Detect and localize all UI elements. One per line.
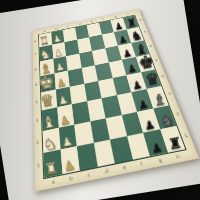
file-label-g: g	[158, 157, 163, 163]
chess-piece-wb[interactable]: ♝	[40, 113, 57, 131]
square-r3c0[interactable]: ♚	[41, 73, 56, 92]
file-label-e: e	[122, 164, 126, 170]
chess-piece-wp[interactable]: ♟	[57, 95, 68, 107]
rank-label-1: 1	[184, 133, 189, 138]
chess-piece-wp[interactable]: ♟	[54, 47, 64, 58]
square-r1c0[interactable]: ♞	[39, 45, 52, 61]
chess-piece-wk[interactable]: ♚	[37, 73, 55, 93]
rank-label-4: 4	[161, 75, 165, 79]
file-label-d: d	[105, 168, 109, 174]
square-r2c1[interactable]: ♟	[53, 56, 68, 73]
file-label-f: f	[140, 161, 143, 166]
file-label-f: f	[102, 18, 104, 20]
chess-piece-wp[interactable]: ♟	[52, 34, 61, 44]
rank-label-5: 5	[155, 59, 159, 63]
chess-piece-bp[interactable]: ♟	[132, 80, 143, 92]
file-label-b: b	[69, 175, 73, 181]
chess-piece-bn[interactable]: ♞	[158, 111, 174, 129]
chess-piece-bb[interactable]: ♝	[151, 90, 168, 108]
chess-piece-bp[interactable]: ♟	[151, 141, 164, 155]
chess-piece-wp[interactable]: ♟	[63, 159, 76, 173]
rank-label-8: 8	[139, 19, 142, 22]
square-r4c0[interactable]: ♛	[41, 90, 57, 111]
chess-piece-br[interactable]: ♜	[167, 135, 183, 152]
chess-piece-bp[interactable]: ♟	[118, 34, 128, 45]
rank-label-8: 8	[34, 40, 36, 43]
chess-piece-wq[interactable]: ♛	[39, 92, 56, 110]
file-label-h: h	[176, 154, 181, 160]
photo-background: ······· ♜♟♟♜♞♟♟♞♝♟♟♝♚♟♟♚♛♟♟♛♝♟♟♝♞♟♟♞♜♟♟♜…	[0, 0, 200, 200]
square-r4c1[interactable]: ♟	[55, 87, 71, 108]
file-label-c: c	[67, 25, 69, 28]
rank-label-3: 3	[36, 119, 39, 124]
chess-piece-bp[interactable]: ♟	[144, 118, 157, 131]
chess-piece-bq[interactable]: ♛	[144, 71, 161, 89]
square-r5c0[interactable]: ♝	[42, 108, 58, 131]
rank-label-6: 6	[35, 68, 37, 71]
rank-label-7: 7	[144, 31, 147, 34]
square-r7c0[interactable]: ♜	[43, 149, 62, 177]
square-r6c7[interactable]: ♞	[153, 105, 177, 129]
chess-piece-bp[interactable]: ♟	[138, 98, 150, 111]
square-r6c0[interactable]: ♞	[43, 127, 60, 152]
square-r3c3[interactable]	[81, 65, 98, 84]
rank-label-4: 4	[35, 100, 38, 104]
file-label-a: a	[52, 179, 55, 185]
rank-label-5: 5	[35, 83, 38, 87]
chess-piece-bp[interactable]: ♟	[115, 22, 124, 32]
rank-label-7: 7	[34, 53, 36, 56]
chess-piece-wp[interactable]: ♟	[59, 114, 71, 127]
file-label-a: a	[43, 30, 45, 33]
chess-piece-bp[interactable]: ♟	[127, 63, 138, 75]
file-label-e: e	[91, 20, 94, 23]
chess-piece-wp[interactable]: ♟	[61, 135, 74, 148]
file-label-c: c	[87, 172, 90, 178]
square-r6c6[interactable]: ♟	[137, 108, 160, 132]
file-label-g: g	[114, 15, 117, 18]
chess-piece-wr[interactable]: ♜	[39, 35, 50, 47]
chess-piece-wn[interactable]: ♞	[42, 135, 58, 152]
chess-piece-wp[interactable]: ♟	[55, 62, 65, 73]
chess-piece-wr[interactable]: ♜	[44, 160, 60, 177]
file-label-h: h	[126, 13, 129, 16]
rank-label-2: 2	[175, 112, 179, 117]
file-label-d: d	[79, 22, 81, 25]
chess-piece-bp[interactable]: ♟	[123, 48, 133, 59]
rank-label-6: 6	[149, 44, 152, 47]
rank-label-1: 1	[37, 163, 40, 169]
chess-piece-br[interactable]: ♜	[126, 17, 137, 29]
file-label-b: b	[55, 27, 57, 30]
rank-label-3: 3	[168, 92, 172, 96]
chess-piece-wp[interactable]: ♟	[56, 78, 67, 90]
rank-label-2: 2	[36, 140, 39, 145]
